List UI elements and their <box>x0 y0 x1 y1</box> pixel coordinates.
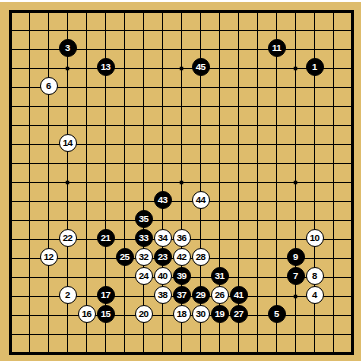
stones-grid: 1234567891011121314151617181920212223242… <box>1 0 361 361</box>
stone-black-l16: 45 <box>192 58 210 76</box>
stone-white-r5: 8 <box>306 267 324 285</box>
stone-white-k7: 36 <box>173 229 191 247</box>
stone-black-p17: 11 <box>268 39 286 57</box>
stone-black-j6: 23 <box>154 248 172 266</box>
stone-black-n3: 27 <box>230 305 248 323</box>
stone-white-d4: 2 <box>59 286 77 304</box>
stone-black-m3: 19 <box>211 305 229 323</box>
stone-white-l6: 28 <box>192 248 210 266</box>
stone-black-f3: 15 <box>97 305 115 323</box>
stone-white-r4: 4 <box>306 286 324 304</box>
stone-black-g6: 25 <box>116 248 134 266</box>
stone-black-n4: 41 <box>230 286 248 304</box>
stone-white-l3: 30 <box>192 305 210 323</box>
stone-white-c6: 12 <box>40 248 58 266</box>
stone-black-j9: 43 <box>154 191 172 209</box>
stone-white-k6: 42 <box>173 248 191 266</box>
stone-white-j7: 34 <box>154 229 172 247</box>
stone-black-q5: 7 <box>287 267 305 285</box>
stone-black-k4: 37 <box>173 286 191 304</box>
stone-white-h6: 32 <box>135 248 153 266</box>
stone-black-f7: 21 <box>97 229 115 247</box>
stone-white-r7: 10 <box>306 229 324 247</box>
stone-white-e3: 16 <box>78 305 96 323</box>
stone-white-m4: 26 <box>211 286 229 304</box>
stone-white-k3: 18 <box>173 305 191 323</box>
stone-white-h5: 24 <box>135 267 153 285</box>
stone-white-j4: 38 <box>154 286 172 304</box>
stone-black-r16: 1 <box>306 58 324 76</box>
stone-white-c15: 6 <box>40 77 58 95</box>
page: 1234567891011121314151617181920212223242… <box>0 0 361 361</box>
stone-white-j5: 40 <box>154 267 172 285</box>
stone-black-f4: 17 <box>97 286 115 304</box>
stone-black-m5: 31 <box>211 267 229 285</box>
stone-black-h7: 33 <box>135 229 153 247</box>
stone-white-d7: 22 <box>59 229 77 247</box>
stone-black-p3: 5 <box>268 305 286 323</box>
stone-black-d17: 3 <box>59 39 77 57</box>
stone-black-f16: 13 <box>97 58 115 76</box>
stone-black-l4: 29 <box>192 286 210 304</box>
stone-white-l9: 44 <box>192 191 210 209</box>
stone-black-h8: 35 <box>135 210 153 228</box>
stone-white-h3: 20 <box>135 305 153 323</box>
stone-white-d12: 14 <box>59 134 77 152</box>
stone-black-k5: 39 <box>173 267 191 285</box>
go-board[interactable]: 1234567891011121314151617181920212223242… <box>0 2 361 361</box>
stone-black-q6: 9 <box>287 248 305 266</box>
